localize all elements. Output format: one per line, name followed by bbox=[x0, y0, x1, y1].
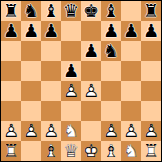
black-piece-icon: ♜ bbox=[141, 1, 161, 21]
square-c8[interactable]: ♝ bbox=[41, 1, 61, 21]
square-g7[interactable]: ♟ bbox=[121, 21, 141, 41]
black-piece-icon: ♟ bbox=[141, 21, 161, 41]
square-a7[interactable]: ♟ bbox=[1, 21, 21, 41]
square-f6[interactable]: ♞ bbox=[101, 41, 121, 61]
white-piece-outline-icon: ♙ bbox=[121, 121, 141, 141]
chess-board: ♜♞♝♛♚♝♜♟♟♟♟♟♟♟♞♟♟♙♟♙♟♙♟♙♟♙♞♘♟♙♟♙♟♙♜♖♝♗♛♕… bbox=[0, 0, 162, 162]
black-piece-icon: ♟ bbox=[61, 61, 81, 81]
square-d4[interactable]: ♟♙ bbox=[61, 81, 81, 101]
square-h2[interactable]: ♟♙ bbox=[141, 121, 161, 141]
piece-black-rook[interactable]: ♜ bbox=[141, 1, 161, 21]
white-piece-outline-icon: ♙ bbox=[81, 81, 101, 101]
square-f8[interactable]: ♝ bbox=[101, 1, 121, 21]
black-piece-icon: ♟ bbox=[21, 21, 41, 41]
piece-white-knight[interactable]: ♞♘ bbox=[61, 121, 81, 141]
piece-white-pawn[interactable]: ♟♙ bbox=[1, 121, 21, 141]
black-piece-icon: ♜ bbox=[1, 1, 21, 21]
square-b8[interactable]: ♞ bbox=[21, 1, 41, 21]
square-e8[interactable]: ♚ bbox=[81, 1, 101, 21]
square-h3[interactable] bbox=[141, 101, 161, 121]
white-piece-outline-icon: ♙ bbox=[141, 121, 161, 141]
piece-black-pawn[interactable]: ♟ bbox=[21, 21, 41, 41]
piece-white-pawn[interactable]: ♟♙ bbox=[41, 121, 61, 141]
square-h7[interactable]: ♟ bbox=[141, 21, 161, 41]
square-a4[interactable] bbox=[1, 81, 21, 101]
piece-white-bishop[interactable]: ♝♗ bbox=[41, 141, 61, 161]
piece-black-pawn[interactable]: ♟ bbox=[1, 21, 21, 41]
white-piece-outline-icon: ♖ bbox=[1, 141, 21, 161]
piece-white-pawn[interactable]: ♟♙ bbox=[121, 121, 141, 141]
piece-black-bishop[interactable]: ♝ bbox=[101, 1, 121, 21]
white-piece-outline-icon: ♙ bbox=[101, 121, 121, 141]
piece-black-pawn[interactable]: ♟ bbox=[41, 21, 61, 41]
square-a3[interactable] bbox=[1, 101, 21, 121]
square-f4[interactable] bbox=[101, 81, 121, 101]
square-c5[interactable] bbox=[41, 61, 61, 81]
square-e7[interactable] bbox=[81, 21, 101, 41]
white-piece-outline-icon: ♙ bbox=[41, 121, 61, 141]
square-e6[interactable]: ♟ bbox=[81, 41, 101, 61]
square-f1[interactable]: ♝♗ bbox=[101, 141, 121, 161]
square-c1[interactable]: ♝♗ bbox=[41, 141, 61, 161]
square-d1[interactable]: ♛♕ bbox=[61, 141, 81, 161]
square-d2[interactable]: ♞♘ bbox=[61, 121, 81, 141]
black-piece-icon: ♝ bbox=[41, 1, 61, 21]
piece-black-king[interactable]: ♚ bbox=[81, 1, 101, 21]
white-piece-outline-icon: ♗ bbox=[41, 141, 61, 161]
black-piece-icon: ♝ bbox=[101, 1, 121, 21]
white-piece-outline-icon: ♔ bbox=[81, 141, 101, 161]
square-a6[interactable] bbox=[1, 41, 21, 61]
piece-white-rook[interactable]: ♜♖ bbox=[141, 141, 161, 161]
square-h1[interactable]: ♜♖ bbox=[141, 141, 161, 161]
square-c2[interactable]: ♟♙ bbox=[41, 121, 61, 141]
square-g5[interactable] bbox=[121, 61, 141, 81]
square-g6[interactable] bbox=[121, 41, 141, 61]
square-g8[interactable] bbox=[121, 1, 141, 21]
square-d7[interactable] bbox=[61, 21, 81, 41]
square-d6[interactable] bbox=[61, 41, 81, 61]
square-c3[interactable] bbox=[41, 101, 61, 121]
square-e5[interactable] bbox=[81, 61, 101, 81]
square-g4[interactable] bbox=[121, 81, 141, 101]
piece-black-pawn[interactable]: ♟ bbox=[61, 61, 81, 81]
white-piece-outline-icon: ♙ bbox=[61, 81, 81, 101]
square-f3[interactable] bbox=[101, 101, 121, 121]
black-piece-icon: ♞ bbox=[21, 1, 41, 21]
black-piece-icon: ♚ bbox=[81, 1, 101, 21]
piece-black-pawn[interactable]: ♟ bbox=[101, 21, 121, 41]
square-b2[interactable]: ♟♙ bbox=[21, 121, 41, 141]
square-h5[interactable] bbox=[141, 61, 161, 81]
piece-white-pawn[interactable]: ♟♙ bbox=[61, 81, 81, 101]
black-piece-icon: ♛ bbox=[61, 1, 81, 21]
white-piece-outline-icon: ♙ bbox=[1, 121, 21, 141]
square-e4[interactable]: ♟♙ bbox=[81, 81, 101, 101]
square-b4[interactable] bbox=[21, 81, 41, 101]
piece-white-knight[interactable]: ♞♘ bbox=[121, 141, 141, 161]
square-c6[interactable] bbox=[41, 41, 61, 61]
white-piece-outline-icon: ♙ bbox=[21, 121, 41, 141]
piece-black-bishop[interactable]: ♝ bbox=[41, 1, 61, 21]
piece-white-pawn[interactable]: ♟♙ bbox=[21, 121, 41, 141]
white-piece-outline-icon: ♕ bbox=[61, 141, 81, 161]
square-h4[interactable] bbox=[141, 81, 161, 101]
square-b7[interactable]: ♟ bbox=[21, 21, 41, 41]
square-c4[interactable] bbox=[41, 81, 61, 101]
piece-black-rook[interactable]: ♜ bbox=[1, 1, 21, 21]
piece-black-knight[interactable]: ♞ bbox=[21, 1, 41, 21]
square-h8[interactable]: ♜ bbox=[141, 1, 161, 21]
piece-black-pawn[interactable]: ♟ bbox=[141, 21, 161, 41]
square-g1[interactable]: ♞♘ bbox=[121, 141, 141, 161]
piece-white-bishop[interactable]: ♝♗ bbox=[101, 141, 121, 161]
square-d3[interactable] bbox=[61, 101, 81, 121]
piece-white-rook[interactable]: ♜♖ bbox=[1, 141, 21, 161]
piece-white-pawn[interactable]: ♟♙ bbox=[101, 121, 121, 141]
square-d5[interactable]: ♟ bbox=[61, 61, 81, 81]
square-a2[interactable]: ♟♙ bbox=[1, 121, 21, 141]
piece-white-pawn[interactable]: ♟♙ bbox=[141, 121, 161, 141]
square-a1[interactable]: ♜♖ bbox=[1, 141, 21, 161]
black-piece-icon: ♟ bbox=[121, 21, 141, 41]
square-d8[interactable]: ♛ bbox=[61, 1, 81, 21]
square-a8[interactable]: ♜ bbox=[1, 1, 21, 21]
black-piece-icon: ♟ bbox=[41, 21, 61, 41]
square-e1[interactable]: ♚♔ bbox=[81, 141, 101, 161]
square-c7[interactable]: ♟ bbox=[41, 21, 61, 41]
black-piece-icon: ♟ bbox=[1, 21, 21, 41]
piece-white-queen[interactable]: ♛♕ bbox=[61, 141, 81, 161]
square-b3[interactable] bbox=[21, 101, 41, 121]
square-f7[interactable]: ♟ bbox=[101, 21, 121, 41]
black-piece-icon: ♟ bbox=[81, 41, 101, 61]
piece-black-pawn[interactable]: ♟ bbox=[81, 41, 101, 61]
square-f2[interactable]: ♟♙ bbox=[101, 121, 121, 141]
square-b6[interactable] bbox=[21, 41, 41, 61]
piece-white-pawn[interactable]: ♟♙ bbox=[81, 81, 101, 101]
black-piece-icon: ♟ bbox=[101, 21, 121, 41]
square-b1[interactable] bbox=[21, 141, 41, 161]
square-e2[interactable] bbox=[81, 121, 101, 141]
square-b5[interactable] bbox=[21, 61, 41, 81]
white-piece-outline-icon: ♖ bbox=[141, 141, 161, 161]
black-piece-icon: ♞ bbox=[101, 41, 121, 61]
white-piece-outline-icon: ♗ bbox=[101, 141, 121, 161]
piece-black-pawn[interactable]: ♟ bbox=[121, 21, 141, 41]
piece-black-queen[interactable]: ♛ bbox=[61, 1, 81, 21]
white-piece-outline-icon: ♘ bbox=[121, 141, 141, 161]
square-a5[interactable] bbox=[1, 61, 21, 81]
piece-white-king[interactable]: ♚♔ bbox=[81, 141, 101, 161]
piece-black-knight[interactable]: ♞ bbox=[101, 41, 121, 61]
white-piece-outline-icon: ♘ bbox=[61, 121, 81, 141]
square-g3[interactable] bbox=[121, 101, 141, 121]
square-f5[interactable] bbox=[101, 61, 121, 81]
square-g2[interactable]: ♟♙ bbox=[121, 121, 141, 141]
square-h6[interactable] bbox=[141, 41, 161, 61]
square-e3[interactable] bbox=[81, 101, 101, 121]
